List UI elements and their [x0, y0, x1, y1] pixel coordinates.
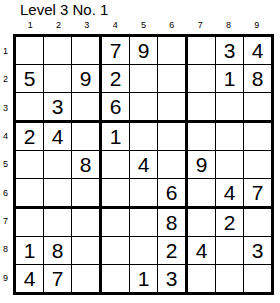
cell-r2c7[interactable]: [188, 65, 215, 92]
cell-r1c1[interactable]: [16, 37, 43, 64]
cell-r7c7[interactable]: [188, 209, 215, 236]
cell-r8c3[interactable]: [72, 237, 99, 264]
column-label-4: 4: [101, 19, 129, 32]
cell-r4c7[interactable]: [188, 123, 215, 150]
cell-r1c2[interactable]: [44, 37, 71, 64]
cell-r8c6[interactable]: 2: [158, 237, 185, 264]
row-label-5: 5: [0, 150, 11, 178]
cell-r4c3[interactable]: [72, 123, 99, 150]
cell-r2c8[interactable]: 1: [216, 65, 243, 92]
row-label-8: 8: [0, 235, 11, 263]
cell-r6c7[interactable]: [188, 179, 215, 206]
cell-r5c7[interactable]: 9: [188, 151, 215, 178]
cell-r2c3[interactable]: 9: [72, 65, 99, 92]
cell-r5c3[interactable]: 8: [72, 151, 99, 178]
cell-r4c1[interactable]: 2: [16, 123, 43, 150]
cell-r2c4[interactable]: 2: [102, 65, 129, 92]
cell-r7c9[interactable]: [244, 209, 271, 236]
cell-r7c2[interactable]: [44, 209, 71, 236]
cell-r6c1[interactable]: [16, 179, 43, 206]
box-1: 593: [16, 37, 99, 120]
cell-r7c3[interactable]: [72, 209, 99, 236]
row-label-6: 6: [0, 179, 11, 207]
cell-r3c8[interactable]: [216, 93, 243, 120]
column-label-2: 2: [44, 19, 72, 32]
row-label-4: 4: [0, 122, 11, 150]
cell-r9c2[interactable]: 7: [44, 265, 71, 292]
row-label-3: 3: [0, 94, 11, 122]
cell-r4c8[interactable]: [216, 123, 243, 150]
cell-r3c3[interactable]: [72, 93, 99, 120]
cell-r1c8[interactable]: 3: [216, 37, 243, 64]
cell-r8c7[interactable]: 4: [188, 237, 215, 264]
cell-r5c6[interactable]: [158, 151, 185, 178]
cell-r2c6[interactable]: [158, 65, 185, 92]
cell-r1c6[interactable]: [158, 37, 185, 64]
row-label-9: 9: [0, 264, 11, 292]
cell-r7c1[interactable]: [16, 209, 43, 236]
cell-r6c6[interactable]: 6: [158, 179, 185, 206]
column-label-8: 8: [214, 19, 242, 32]
row-label-7: 7: [0, 207, 11, 235]
cell-r5c1[interactable]: [16, 151, 43, 178]
cell-r4c4[interactable]: 1: [102, 123, 129, 150]
cell-r6c4[interactable]: [102, 179, 129, 206]
cell-r9c8[interactable]: [216, 265, 243, 292]
cell-r6c5[interactable]: [130, 179, 157, 206]
column-label-9: 9: [243, 19, 271, 32]
row-label-1: 1: [0, 37, 11, 65]
box-6: 947: [188, 123, 271, 206]
cell-r1c7[interactable]: [188, 37, 215, 64]
cell-r5c4[interactable]: [102, 151, 129, 178]
cell-r5c8[interactable]: [216, 151, 243, 178]
box-2: 7926: [102, 37, 185, 120]
cell-r8c4[interactable]: [102, 237, 129, 264]
cell-r8c1[interactable]: 1: [16, 237, 43, 264]
row-label-2: 2: [0, 65, 11, 93]
column-label-3: 3: [73, 19, 101, 32]
cell-r9c7[interactable]: [188, 265, 215, 292]
cell-r2c5[interactable]: [130, 65, 157, 92]
cell-r9c6[interactable]: 3: [158, 265, 185, 292]
cell-r7c8[interactable]: 2: [216, 209, 243, 236]
cell-r7c6[interactable]: 8: [158, 209, 185, 236]
cell-r4c9[interactable]: [244, 123, 271, 150]
cell-r4c5[interactable]: [130, 123, 157, 150]
cell-r6c9[interactable]: 7: [244, 179, 271, 206]
cell-r4c6[interactable]: [158, 123, 185, 150]
cell-r8c2[interactable]: 8: [44, 237, 71, 264]
column-label-1: 1: [16, 19, 44, 32]
cell-r8c5[interactable]: [130, 237, 157, 264]
cell-r3c2[interactable]: 3: [44, 93, 71, 120]
column-label-7: 7: [186, 19, 214, 32]
cell-r3c1[interactable]: [16, 93, 43, 120]
box-8: 8213: [102, 209, 185, 292]
cell-r8c9[interactable]: 3: [244, 237, 271, 264]
cell-r1c9[interactable]: 4: [244, 37, 271, 64]
cell-r1c3[interactable]: [72, 37, 99, 64]
puzzle-title: Level 3 No. 1: [20, 1, 108, 18]
cell-r9c1[interactable]: 4: [16, 265, 43, 292]
box-9: 243: [188, 209, 271, 292]
cell-r3c5[interactable]: [130, 93, 157, 120]
column-labels: 123456789: [16, 19, 271, 32]
cell-r3c9[interactable]: [244, 93, 271, 120]
sudoku-board: 5937926341824814694718478213243: [13, 34, 274, 295]
cell-r1c4[interactable]: 7: [102, 37, 129, 64]
cell-r3c6[interactable]: [158, 93, 185, 120]
column-label-5: 5: [129, 19, 157, 32]
cell-r9c3[interactable]: [72, 265, 99, 292]
cell-r9c5[interactable]: 1: [130, 265, 157, 292]
cell-r7c4[interactable]: [102, 209, 129, 236]
cell-r2c9[interactable]: 8: [244, 65, 271, 92]
cell-r5c5[interactable]: 4: [130, 151, 157, 178]
cell-r4c2[interactable]: 4: [44, 123, 71, 150]
cell-r2c2[interactable]: [44, 65, 71, 92]
cell-r5c2[interactable]: [44, 151, 71, 178]
cell-r6c8[interactable]: 4: [216, 179, 243, 206]
cell-r3c4[interactable]: 6: [102, 93, 129, 120]
cell-r1c5[interactable]: 9: [130, 37, 157, 64]
row-labels: 123456789: [0, 37, 11, 292]
cell-r3c7[interactable]: [188, 93, 215, 120]
cell-r9c4[interactable]: [102, 265, 129, 292]
box-3: 3418: [188, 37, 271, 120]
cell-r6c2[interactable]: [44, 179, 71, 206]
box-7: 1847: [16, 209, 99, 292]
cell-r8c8[interactable]: [216, 237, 243, 264]
cell-r2c1[interactable]: 5: [16, 65, 43, 92]
box-5: 146: [102, 123, 185, 206]
cell-r6c3[interactable]: [72, 179, 99, 206]
box-4: 248: [16, 123, 99, 206]
cell-r5c9[interactable]: [244, 151, 271, 178]
cell-r7c5[interactable]: [130, 209, 157, 236]
cell-r9c9[interactable]: [244, 265, 271, 292]
column-label-6: 6: [158, 19, 186, 32]
